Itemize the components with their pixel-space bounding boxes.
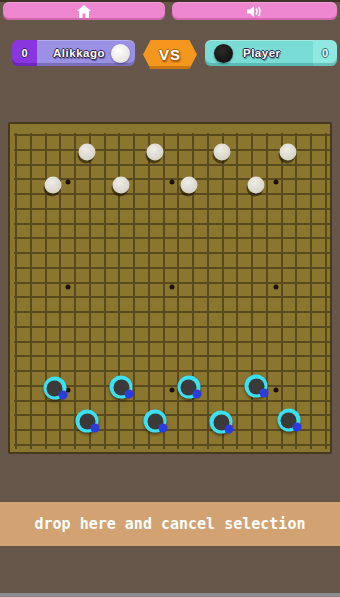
black-stone-selected[interactable]	[144, 410, 167, 433]
home-button[interactable]	[3, 2, 165, 20]
home-icon	[77, 5, 91, 18]
left-player-score: 0	[12, 40, 37, 66]
white-stone[interactable]	[248, 176, 265, 193]
black-stone-selected[interactable]	[110, 376, 133, 399]
right-player-badge[interactable]: Player	[205, 40, 313, 66]
black-stone-selected[interactable]	[245, 375, 268, 398]
left-player-score-value: 0	[21, 47, 27, 59]
selection-ring-highlight	[260, 389, 269, 398]
left-player-badge[interactable]: Alikkago	[37, 40, 135, 66]
white-stone[interactable]	[180, 177, 197, 194]
selection-ring-highlight	[225, 425, 234, 434]
right-player-score-value: 0	[322, 47, 328, 59]
white-stone[interactable]	[214, 143, 231, 160]
selection-ring-highlight	[292, 423, 301, 432]
white-stone[interactable]	[280, 144, 297, 161]
selection-ring-highlight	[159, 424, 168, 433]
sound-button[interactable]	[172, 2, 337, 20]
vs-badge: VS	[143, 40, 197, 69]
drop-cancel-zone[interactable]: drop here and cancel selection	[0, 502, 340, 546]
star-point	[66, 180, 71, 185]
star-point	[274, 180, 279, 185]
right-player-name: Player	[243, 47, 281, 59]
speaker-icon	[247, 5, 263, 18]
black-stone-selected[interactable]	[177, 376, 200, 399]
black-stone-selected[interactable]	[210, 411, 233, 434]
selection-ring-highlight	[125, 390, 134, 399]
selection-ring-highlight	[192, 390, 201, 399]
drop-cancel-label: drop here and cancel selection	[35, 515, 306, 533]
selection-ring-highlight	[58, 391, 67, 400]
star-point	[169, 285, 174, 290]
left-player-name: Alikkago	[53, 47, 105, 59]
black-stone-selected[interactable]	[43, 377, 66, 400]
star-point	[66, 285, 71, 290]
white-stone[interactable]	[79, 143, 96, 160]
star-point	[169, 388, 174, 393]
vs-label: VS	[159, 46, 181, 63]
left-player-stone-icon	[111, 44, 130, 63]
game-board[interactable]	[8, 122, 332, 454]
black-stone-selected[interactable]	[76, 410, 99, 433]
black-stone-selected[interactable]	[277, 409, 300, 432]
star-point	[274, 285, 279, 290]
star-point	[169, 180, 174, 185]
white-stone[interactable]	[44, 176, 61, 193]
white-stone[interactable]	[146, 144, 163, 161]
white-stone[interactable]	[113, 177, 130, 194]
star-point	[274, 388, 279, 393]
selection-ring-highlight	[91, 424, 100, 433]
right-player-stone-icon	[214, 44, 233, 63]
bottom-system-strip	[0, 593, 340, 597]
right-player-score: 0	[313, 40, 337, 66]
